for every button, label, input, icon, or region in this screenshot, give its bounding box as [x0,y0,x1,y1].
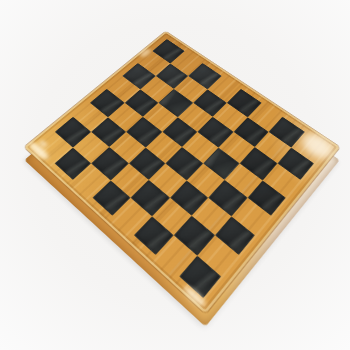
board-grid [37,39,328,298]
product-photo-background [0,0,350,350]
checkerboard [24,31,340,313]
